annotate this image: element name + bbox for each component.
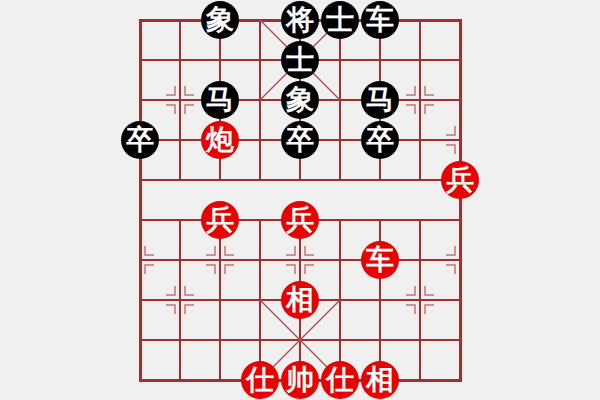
black-elephant-e2[interactable]: 象 [281, 81, 319, 119]
star-point-marker [286, 265, 295, 274]
red-advisor-f9[interactable]: 仕 [321, 361, 359, 399]
red-general-e9[interactable]: 帅 [281, 361, 319, 399]
star-point-marker [305, 265, 314, 274]
red-chariot-g6[interactable]: 车 [361, 241, 399, 279]
star-point-marker [406, 305, 415, 314]
black-soldier-g3[interactable]: 卒 [361, 121, 399, 159]
black-soldier-e3[interactable]: 卒 [281, 121, 319, 159]
black-horse-g2[interactable]: 马 [361, 81, 399, 119]
red-soldier-e5[interactable]: 兵 [281, 201, 319, 239]
star-point-marker [446, 145, 455, 154]
black-elephant-c0[interactable]: 象 [201, 1, 239, 39]
star-point-marker [406, 286, 415, 295]
star-point-marker [185, 86, 194, 95]
black-general-e0[interactable]: 将 [281, 1, 319, 39]
star-point-marker [185, 105, 194, 114]
star-point-marker [185, 305, 194, 314]
star-point-marker [286, 246, 295, 255]
red-elephant-g9[interactable]: 相 [361, 361, 399, 399]
star-point-marker [425, 86, 434, 95]
star-point-marker [425, 105, 434, 114]
star-point-marker [446, 265, 455, 274]
star-point-marker [446, 246, 455, 255]
red-cannon-c3[interactable]: 炮 [201, 121, 239, 159]
star-point-marker [166, 305, 175, 314]
star-point-marker [166, 286, 175, 295]
star-point-marker [145, 265, 154, 274]
star-point-marker [305, 246, 314, 255]
red-advisor-d9[interactable]: 仕 [241, 361, 279, 399]
black-advisor-f0[interactable]: 士 [321, 1, 359, 39]
star-point-marker [166, 105, 175, 114]
black-horse-c2[interactable]: 马 [201, 81, 239, 119]
star-point-marker [206, 265, 215, 274]
star-point-marker [166, 86, 175, 95]
star-point-marker [225, 246, 234, 255]
star-point-marker [406, 105, 415, 114]
star-point-marker [225, 265, 234, 274]
star-point-marker [425, 305, 434, 314]
star-point-marker [145, 246, 154, 255]
star-point-marker [425, 286, 434, 295]
red-soldier-c5[interactable]: 兵 [201, 201, 239, 239]
star-point-marker [406, 86, 415, 95]
black-soldier-a3[interactable]: 卒 [121, 121, 159, 159]
xiangqi-board-screen: 象将士车士马象马卒炮卒卒兵兵兵车相仕帅仕相 [0, 0, 600, 400]
star-point-marker [446, 126, 455, 135]
black-advisor-e1[interactable]: 士 [281, 41, 319, 79]
red-soldier-i4[interactable]: 兵 [441, 161, 479, 199]
star-point-marker [185, 286, 194, 295]
star-point-marker [206, 246, 215, 255]
red-elephant-e7[interactable]: 相 [281, 281, 319, 319]
black-chariot-g0[interactable]: 车 [361, 1, 399, 39]
